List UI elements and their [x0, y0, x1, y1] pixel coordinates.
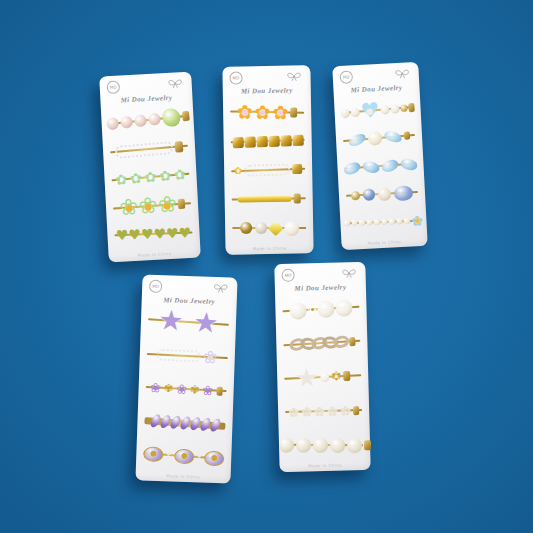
product-card-green-flower-set: MD Mi Dou Jewelry ✿✿✿✿✿❀❀❀♥♥♥♥♥♥ Made in… — [99, 72, 201, 263]
hair-pin: ✿✿✿✿✿ — [282, 397, 366, 425]
flower-icon: ✿ — [237, 102, 253, 121]
brand-title: Mi Dou Jewelry — [223, 86, 311, 96]
brand-title: Mi Dou Jewelry — [142, 295, 237, 306]
heart-bead-icon: ♥ — [178, 226, 191, 240]
hair-pin: ★✾ — [281, 362, 365, 392]
heart-bead-icon: ♥ — [153, 226, 166, 240]
pin-element-square — [280, 135, 291, 146]
gold-clip-tip — [353, 406, 359, 415]
flower-icon: ❀ — [307, 304, 317, 316]
pin-element-bead — [351, 220, 358, 227]
pin-element-bead — [340, 108, 350, 118]
center-dot — [310, 308, 313, 311]
brand-badge: MD — [106, 80, 120, 94]
hair-pin: ✿ — [228, 156, 309, 185]
pin-element-bead — [346, 438, 361, 453]
center-dot — [164, 201, 171, 208]
hair-pin — [280, 327, 364, 358]
center-dot — [237, 170, 240, 173]
hair-pin: ★★ — [144, 306, 233, 338]
flower-icon: ✿ — [301, 405, 312, 418]
bow-icon — [212, 283, 229, 295]
hair-pin: ❀✾❀✾❀ — [142, 374, 230, 405]
brand-title: Mi Dou Jewelry — [275, 283, 366, 293]
flower-icon: ❀ — [138, 194, 158, 217]
pin-element-square — [232, 136, 243, 147]
product-card-ivory-cream-set: MD Mi Dou Jewelry ❀★✾✿✿✿✿✿ Made in China — [274, 262, 370, 472]
center-dot — [125, 204, 132, 211]
flower-icon: ✿ — [272, 103, 288, 122]
flower-icon: ✿ — [234, 166, 243, 176]
pin-element-bead — [335, 299, 353, 317]
gold-clip-tip — [349, 337, 356, 346]
center-dot — [148, 175, 152, 179]
flower-icon: ❀ — [203, 348, 218, 366]
hair-pin — [283, 432, 366, 459]
hair-pin: ❀ — [143, 340, 231, 371]
flower-icon: ✿ — [129, 171, 142, 186]
pin-element-bead — [295, 437, 310, 452]
pin-element-bead — [284, 220, 299, 235]
pin-element-rhombus — [267, 220, 283, 236]
pin-element-oval — [173, 448, 194, 464]
pin-element-bead — [120, 116, 133, 129]
hair-pin: ✿✿✿ — [227, 98, 307, 125]
pin-element-bead — [350, 107, 360, 117]
pin-element-bar — [237, 196, 291, 203]
made-in-label: Made in China — [280, 462, 371, 469]
product-card-ocean-blue-set: MD Mi Dou Jewelry ♥✿ Made in China — [332, 62, 428, 250]
pin-list: ✿✿✿✿✿❀❀❀♥♥♥♥♥♥ — [105, 105, 196, 249]
pin-element-frame — [244, 163, 290, 177]
flower-icon: ✿ — [411, 214, 423, 228]
made-in-label: Made in China — [226, 245, 314, 252]
hair-pin: ✿✿✿✿✿ — [108, 160, 194, 193]
pin-list: ★★❀❀✾❀✾❀✦✦ — [140, 308, 233, 471]
crystal-spark-icon: ✦ — [196, 453, 203, 461]
pin-element-bead — [400, 104, 408, 112]
heart-bead-icon: ♥ — [128, 227, 141, 241]
pin-element-bead — [366, 219, 373, 226]
pin-element-oval — [394, 185, 414, 201]
pin-element-bead — [389, 218, 396, 225]
brand-badge: MD — [281, 269, 294, 282]
starfish-icon: ★ — [295, 364, 319, 391]
bow-icon — [285, 71, 302, 82]
hair-pin: ❀❀❀ — [109, 190, 195, 222]
gold-clip-tip — [181, 111, 189, 122]
pin-element-disc — [363, 188, 376, 201]
center-dot — [260, 109, 266, 115]
flower-icon: ✿ — [173, 167, 186, 182]
pin-element-oval — [399, 157, 418, 172]
gold-clip-tip — [404, 131, 411, 139]
pin-element-disc — [255, 222, 267, 234]
pin-element-oval — [361, 159, 380, 174]
center-dot — [178, 173, 182, 177]
pin-element-oval — [347, 131, 368, 148]
center-dot — [208, 355, 213, 360]
pin-element-disc — [240, 222, 252, 234]
flower-icon: ❀ — [176, 382, 188, 396]
pin-element-bead — [317, 300, 335, 318]
hair-pin: ✿ — [344, 208, 423, 237]
pin-element-bead — [367, 131, 382, 146]
pin-element-disc — [351, 191, 360, 200]
bow-icon — [393, 68, 411, 80]
flower-icon: ✿ — [340, 404, 351, 417]
heart-bead-icon: ♥ — [116, 228, 129, 242]
pin-list: ♥✿ — [338, 95, 423, 237]
pin-element-bead — [133, 114, 146, 127]
pin-element-bead — [390, 104, 400, 114]
center-dot — [242, 109, 248, 115]
pin-element-oval — [383, 129, 403, 144]
center-dot — [335, 375, 338, 378]
pin-element-bead — [106, 117, 119, 130]
hair-pin — [228, 185, 308, 212]
pin-element-bead — [289, 301, 307, 319]
brand-badge: MD — [339, 70, 353, 84]
pin-element-frame — [115, 140, 174, 158]
gold-clip-tip — [174, 140, 183, 152]
hair-pin — [227, 127, 308, 156]
pin-element-oval — [204, 450, 225, 466]
pin-element-bead — [320, 372, 329, 381]
pin-element-bead — [359, 219, 366, 226]
flower-icon: ✿ — [159, 168, 172, 183]
center-dot — [305, 410, 309, 414]
center-dot — [331, 409, 335, 413]
center-dot — [163, 174, 167, 178]
pin-element-bead — [312, 437, 327, 452]
gold-clip-tip — [290, 107, 297, 117]
gold-flower-icon: ✾ — [331, 370, 342, 382]
center-dot — [150, 451, 156, 457]
pin-list: ❀★✾✿✿✿✿✿ — [279, 295, 366, 459]
hair-pin: ♥ — [338, 94, 418, 127]
pin-element-bead — [396, 218, 403, 225]
pin-element-square — [292, 134, 303, 145]
heart-bead-icon: ♥ — [166, 226, 179, 240]
flower-icon: ❀ — [202, 383, 214, 397]
gold-clip-tip — [216, 386, 222, 395]
starfish-icon: ★ — [193, 308, 220, 338]
product-card-lavender-purple-set: MD Mi Dou Jewelry ★★❀❀✾❀✾❀✦✦ Made in Chi… — [135, 274, 237, 483]
hair-pin: ❀ — [279, 294, 363, 325]
flower-icon: ✿ — [288, 405, 299, 418]
hair-pin — [229, 215, 309, 241]
center-dot — [278, 110, 284, 116]
pin-element-bead — [381, 219, 388, 226]
pin-element-oval — [380, 157, 400, 174]
flower-icon: ❀ — [157, 193, 177, 216]
hair-pin — [104, 103, 190, 138]
center-dot — [292, 410, 296, 414]
pin-element-bead — [344, 220, 351, 227]
pin-element-bead — [329, 438, 344, 453]
center-dot — [211, 455, 217, 461]
flower-icon: ❀ — [150, 381, 162, 395]
center-dot — [119, 178, 123, 182]
bow-icon — [166, 78, 184, 90]
gold-clip-tip — [177, 198, 185, 208]
gold-clip-tip — [343, 371, 350, 381]
made-in-label: Made in China — [136, 472, 231, 480]
pin-element-oval — [143, 446, 164, 462]
gold-clip-tip — [363, 440, 370, 450]
made-in-label: Made in China — [109, 249, 201, 259]
flower-icon: ✿ — [314, 404, 325, 417]
made-in-label: Made in China — [341, 238, 427, 247]
product-card-golden-yellow-set: MD Mi Dou Jewelry ✿✿✿✿ Made in China — [222, 65, 313, 255]
gold-flower-icon: ✾ — [190, 384, 200, 395]
center-dot — [318, 409, 322, 413]
pin-element-square — [256, 136, 267, 147]
gold-flower-icon: ✾ — [164, 382, 174, 393]
pin-element-bead — [404, 218, 411, 225]
center-dot — [343, 409, 347, 413]
flower-icon: ✿ — [144, 170, 157, 185]
pin-element-bead — [374, 219, 381, 226]
center-dot — [415, 219, 420, 224]
pin-list: ✿✿✿✿ — [227, 98, 309, 241]
flower-icon: ✿ — [115, 172, 128, 187]
blue-backdrop: MD Mi Dou Jewelry ✿✿✿✿✿❀❀❀♥♥♥♥♥♥ Made in… — [0, 0, 533, 533]
hair-pin — [141, 406, 230, 438]
brand-badge: MD — [149, 280, 162, 293]
hair-pin: ✦✦ — [140, 440, 229, 472]
center-dot — [367, 108, 374, 115]
flower-icon: ✿ — [255, 102, 271, 121]
flower-icon: ✿ — [327, 404, 338, 417]
pin-element-square — [268, 135, 279, 146]
center-dot — [144, 203, 151, 210]
bow-icon — [340, 268, 357, 279]
center-dot — [134, 177, 138, 181]
pin-element-oval — [342, 160, 362, 177]
center-dot — [181, 453, 187, 459]
pin-element-bead — [161, 108, 181, 128]
gold-clip-tip — [408, 102, 415, 111]
hair-pin: ♥♥♥♥♥♥ — [111, 219, 196, 248]
pin-element-bead — [147, 113, 160, 126]
gold-clip-tip — [293, 193, 300, 203]
brand-badge: MD — [229, 71, 242, 84]
hair-pin — [106, 132, 192, 165]
pin-element-square — [244, 136, 255, 147]
heart-bead-icon: ♥ — [360, 99, 381, 122]
hair-pin — [339, 122, 419, 155]
pin-element-frame — [157, 348, 202, 362]
flower-icon: ❀ — [119, 195, 139, 218]
heart-bead-icon: ♥ — [141, 227, 154, 241]
crystal-spark-icon: ✦ — [165, 451, 172, 459]
hair-pin — [342, 179, 421, 209]
pin-element-bead — [278, 437, 293, 452]
pin-element-square — [292, 164, 302, 174]
starfish-icon: ★ — [157, 306, 184, 336]
pin-element-bead — [380, 105, 390, 115]
hair-pin — [341, 150, 421, 181]
pin-element-bead — [378, 187, 392, 201]
